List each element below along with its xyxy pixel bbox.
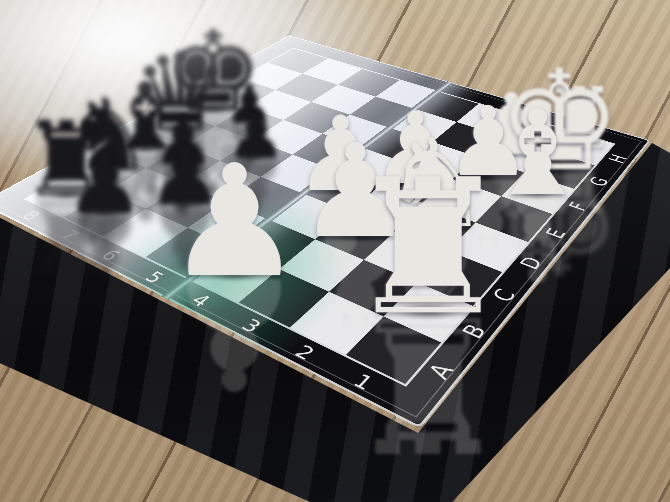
piece-white-pawn-a4[interactable]: ♟ bbox=[165, 144, 304, 299]
piece-white-rook-b1[interactable]: ♜ bbox=[345, 155, 512, 341]
piece-black-pawn-a7[interactable]: ♟ bbox=[66, 140, 144, 227]
photo-of-travel-chess-set: 12345678ABCDEFGH ♟♟♟♟♟♟♟♟♟♟♟♟♜♜♞♞♝♝♚♚♜♜♜… bbox=[0, 0, 670, 502]
